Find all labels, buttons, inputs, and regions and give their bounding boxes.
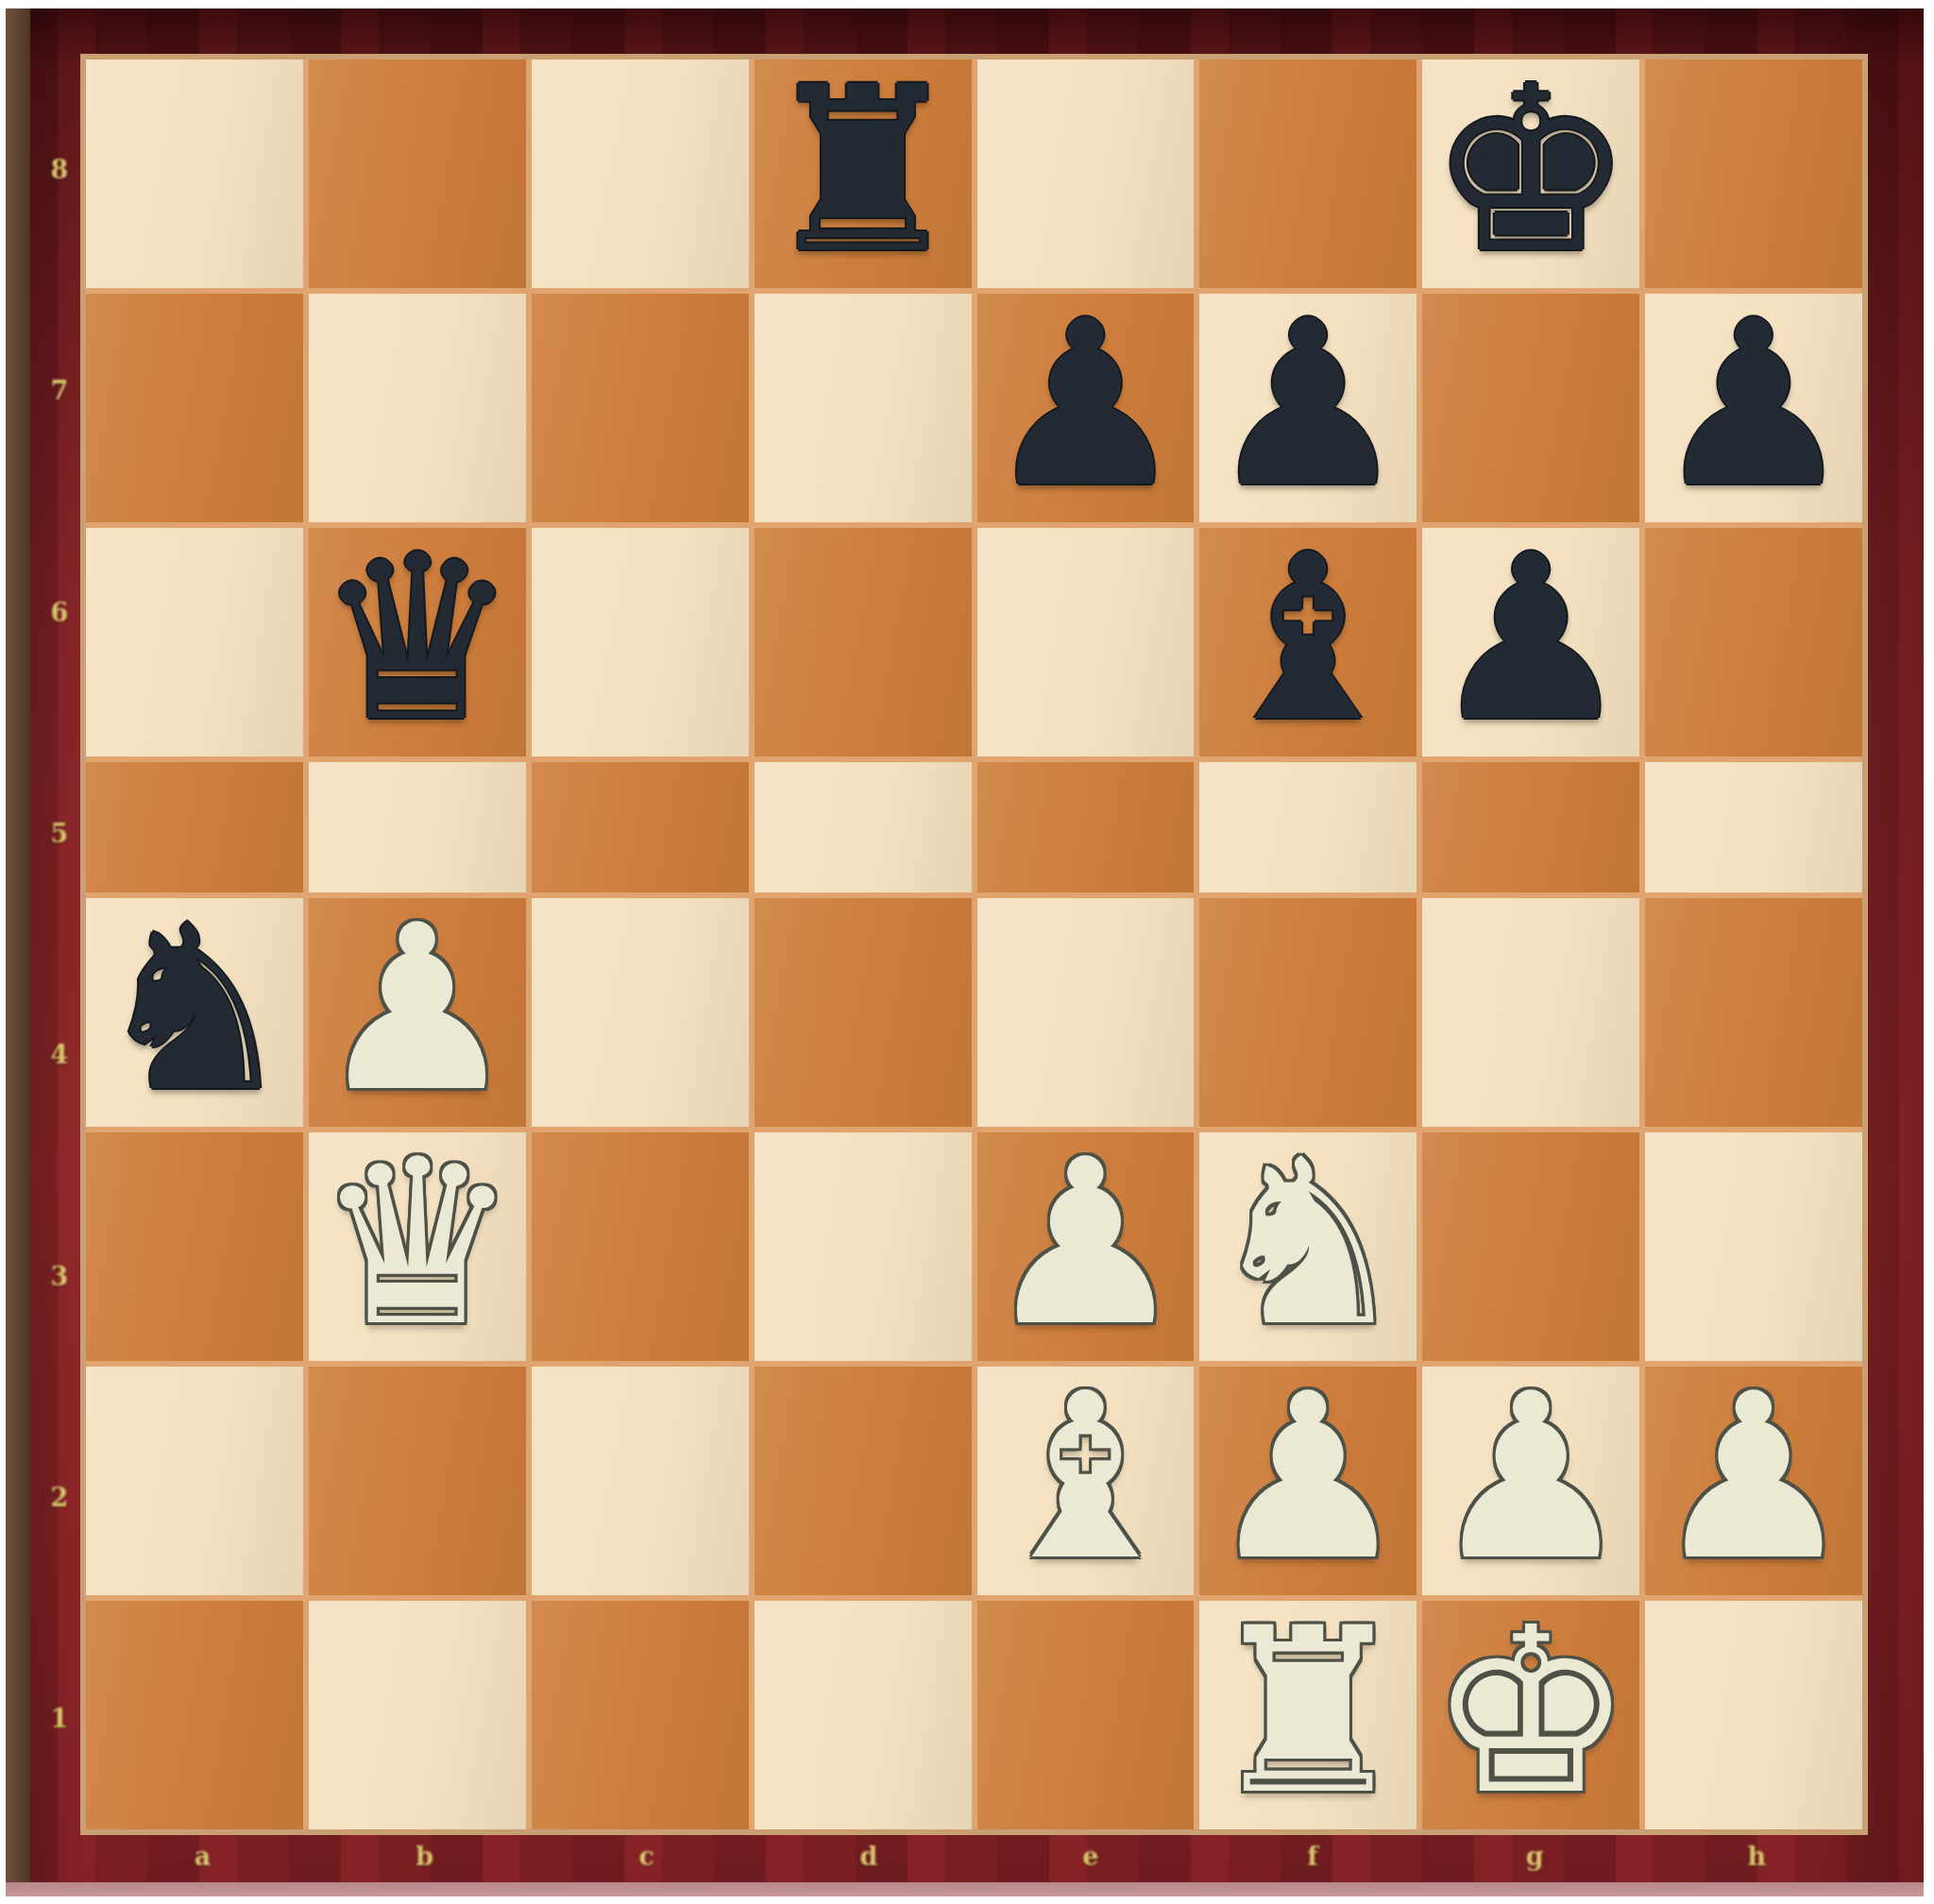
black-king-g8[interactable]: ♚ (1429, 56, 1634, 284)
square-h3[interactable] (1645, 1132, 1862, 1361)
square-b4[interactable]: ♟ (309, 898, 526, 1127)
chess-board-diagram: ♜♚♟♟♟♛♝♟♞♟♛♟♞♝♟♟♟♜♚ 87654321 abcdefgh (0, 0, 1934, 1904)
square-d8[interactable]: ♜ (755, 59, 972, 288)
frame-left-edge (6, 8, 30, 1882)
white-pawn-f2[interactable]: ♟ (1206, 1363, 1411, 1591)
file-label-b: b (406, 1841, 444, 1873)
square-c7[interactable] (532, 294, 749, 522)
square-b6[interactable]: ♛ (309, 528, 526, 756)
black-pawn-h7[interactable]: ♟ (1652, 290, 1857, 518)
white-knight-f3[interactable]: ♞ (1206, 1129, 1411, 1357)
square-a2[interactable] (86, 1367, 303, 1595)
square-h7[interactable]: ♟ (1645, 294, 1862, 522)
board: ♜♚♟♟♟♛♝♟♞♟♛♟♞♝♟♟♟♜♚ (80, 54, 1868, 1835)
white-pawn-e3[interactable]: ♟ (983, 1129, 1188, 1357)
square-b8[interactable] (309, 59, 526, 288)
file-label-a: a (184, 1841, 222, 1873)
square-b5[interactable] (309, 762, 526, 892)
black-pawn-f7[interactable]: ♟ (1206, 290, 1411, 518)
square-g4[interactable] (1422, 898, 1639, 1127)
square-d3[interactable] (755, 1132, 972, 1361)
square-g6[interactable]: ♟ (1422, 528, 1639, 756)
square-g3[interactable] (1422, 1132, 1639, 1361)
white-bishop-e2[interactable]: ♝ (983, 1363, 1188, 1591)
square-c2[interactable] (532, 1367, 749, 1595)
square-e4[interactable] (977, 898, 1195, 1127)
square-g1[interactable]: ♚ (1422, 1601, 1639, 1829)
black-rook-d8[interactable]: ♜ (760, 56, 965, 284)
square-d2[interactable] (755, 1367, 972, 1595)
rank-label-4: 4 (42, 1039, 77, 1071)
square-f1[interactable]: ♜ (1199, 1601, 1417, 1829)
square-c4[interactable] (532, 898, 749, 1127)
square-e3[interactable]: ♟ (977, 1132, 1195, 1361)
square-h6[interactable] (1645, 528, 1862, 756)
square-f8[interactable] (1199, 59, 1417, 288)
white-pawn-g2[interactable]: ♟ (1429, 1363, 1634, 1591)
square-b1[interactable] (309, 1601, 526, 1829)
white-pawn-h2[interactable]: ♟ (1652, 1363, 1857, 1591)
square-f6[interactable]: ♝ (1199, 528, 1417, 756)
rank-label-1: 1 (42, 1703, 77, 1735)
square-a4[interactable]: ♞ (86, 898, 303, 1127)
square-e6[interactable] (977, 528, 1195, 756)
square-e2[interactable]: ♝ (977, 1367, 1195, 1595)
white-rook-f1[interactable]: ♜ (1206, 1597, 1411, 1826)
square-c3[interactable] (532, 1132, 749, 1361)
file-label-h: h (1738, 1841, 1775, 1873)
square-g5[interactable] (1422, 762, 1639, 892)
rank-label-3: 3 (42, 1261, 77, 1293)
square-e7[interactable]: ♟ (977, 294, 1195, 522)
black-pawn-e7[interactable]: ♟ (983, 290, 1188, 518)
square-f4[interactable] (1199, 898, 1417, 1127)
black-bishop-f6[interactable]: ♝ (1206, 524, 1411, 753)
black-knight-a4[interactable]: ♞ (92, 894, 297, 1123)
square-g8[interactable]: ♚ (1422, 59, 1639, 288)
square-b2[interactable] (309, 1367, 526, 1595)
square-d6[interactable] (755, 528, 972, 756)
square-f5[interactable] (1199, 762, 1417, 892)
file-label-f: f (1294, 1841, 1332, 1873)
square-a8[interactable] (86, 59, 303, 288)
file-label-e: e (1072, 1841, 1110, 1873)
square-a1[interactable] (86, 1601, 303, 1829)
square-g2[interactable]: ♟ (1422, 1367, 1639, 1595)
square-b3[interactable]: ♛ (309, 1132, 526, 1361)
square-a3[interactable] (86, 1132, 303, 1361)
square-a5[interactable] (86, 762, 303, 892)
square-h8[interactable] (1645, 59, 1862, 288)
square-a7[interactable] (86, 294, 303, 522)
square-d1[interactable] (755, 1601, 972, 1829)
rank-label-8: 8 (42, 154, 77, 186)
square-h4[interactable] (1645, 898, 1862, 1127)
square-f2[interactable]: ♟ (1199, 1367, 1417, 1595)
rank-label-6: 6 (42, 597, 77, 629)
rank-label-5: 5 (42, 818, 77, 850)
square-f7[interactable]: ♟ (1199, 294, 1417, 522)
black-pawn-g6[interactable]: ♟ (1429, 524, 1634, 753)
square-d4[interactable] (755, 898, 972, 1127)
frame-bottom-strip (6, 1882, 1924, 1896)
white-king-g1[interactable]: ♚ (1429, 1597, 1634, 1826)
square-e1[interactable] (977, 1601, 1195, 1829)
square-a6[interactable] (86, 528, 303, 756)
square-c5[interactable] (532, 762, 749, 892)
white-pawn-b4[interactable]: ♟ (314, 894, 519, 1123)
white-queen-b3[interactable]: ♛ (314, 1129, 519, 1357)
rank-label-7: 7 (42, 375, 77, 407)
square-d5[interactable] (755, 762, 972, 892)
file-label-c: c (628, 1841, 666, 1873)
square-e5[interactable] (977, 762, 1195, 892)
square-c6[interactable] (532, 528, 749, 756)
square-f3[interactable]: ♞ (1199, 1132, 1417, 1361)
square-d7[interactable] (755, 294, 972, 522)
square-h1[interactable] (1645, 1601, 1862, 1829)
square-h5[interactable] (1645, 762, 1862, 892)
square-h2[interactable]: ♟ (1645, 1367, 1862, 1595)
file-label-g: g (1516, 1841, 1553, 1873)
square-c1[interactable] (532, 1601, 749, 1829)
square-g7[interactable] (1422, 294, 1639, 522)
rank-label-2: 2 (42, 1482, 77, 1514)
file-label-d: d (850, 1841, 888, 1873)
square-e8[interactable] (977, 59, 1195, 288)
black-queen-b6[interactable]: ♛ (314, 524, 519, 753)
square-c8[interactable] (532, 59, 749, 288)
square-b7[interactable] (309, 294, 526, 522)
